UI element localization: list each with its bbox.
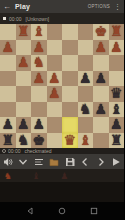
square-b5[interactable]	[93, 86, 109, 102]
black-queen: ♛	[110, 86, 123, 102]
square-e5[interactable]: ♟	[47, 86, 63, 102]
square-b6[interactable]: ♟	[93, 102, 109, 118]
square-e3[interactable]	[47, 55, 63, 71]
captured-pieces-tray: ♞♝♟	[0, 169, 124, 182]
nav-recents-icon[interactable]	[89, 206, 99, 216]
black-pawn: ♟	[1, 117, 14, 133]
black-bishop: ♝	[110, 102, 123, 118]
white-rook: ♜	[110, 24, 123, 40]
square-c2[interactable]	[78, 40, 94, 56]
app-bar: ← Play OPTIONS ⋮	[0, 0, 124, 13]
forward-arrow-move-icon[interactable]	[95, 156, 107, 168]
square-d8[interactable]: ♛	[62, 133, 78, 149]
square-e7[interactable]	[47, 117, 63, 133]
square-g2[interactable]	[16, 40, 32, 56]
square-a1[interactable]: ♜	[109, 24, 125, 40]
white-pawn: ♟	[48, 86, 61, 102]
options-button[interactable]: OPTIONS	[88, 4, 110, 9]
save-icon[interactable]	[64, 156, 76, 168]
square-f6[interactable]	[31, 102, 47, 118]
black-rook: ♜	[110, 133, 123, 149]
square-g3[interactable]: ♟	[16, 55, 32, 71]
back-arrow-move-icon[interactable]	[79, 156, 91, 168]
square-c5[interactable]	[78, 86, 94, 102]
captured-white-knight: ♞	[4, 171, 12, 182]
background-area	[0, 182, 124, 202]
black-king: ♚	[32, 133, 45, 149]
square-b7[interactable]	[93, 117, 109, 133]
black-player-indicator	[2, 149, 6, 153]
white-bishop: ♝	[32, 24, 45, 40]
white-pawn: ♟	[32, 71, 45, 87]
white-player-indicator	[3, 17, 6, 20]
captured-black-pawn: ♟	[60, 171, 68, 182]
black-pawn: ♟	[17, 117, 30, 133]
open-folder-icon[interactable]	[48, 156, 60, 168]
white-queen: ♛	[63, 133, 76, 149]
square-c8[interactable]: ♝	[78, 133, 94, 149]
square-h8[interactable]: ♜	[0, 133, 16, 149]
nav-back-icon[interactable]	[25, 206, 35, 216]
square-a3[interactable]	[109, 55, 125, 71]
square-h2[interactable]: ♟	[0, 40, 16, 56]
square-f4[interactable]: ♟	[31, 71, 47, 87]
white-pawn: ♟	[94, 40, 107, 56]
square-g8[interactable]: ♞	[16, 133, 32, 149]
square-b1[interactable]: ♚	[93, 24, 109, 40]
square-h6[interactable]	[0, 102, 16, 118]
square-h5[interactable]	[0, 86, 16, 102]
square-g7[interactable]: ♟	[16, 117, 32, 133]
square-b8[interactable]	[93, 133, 109, 149]
square-g5[interactable]	[16, 86, 32, 102]
android-nav-bar	[0, 202, 124, 220]
page-title: Play	[15, 3, 30, 10]
captured-black-bishop: ♝	[32, 171, 40, 182]
square-c6[interactable]: ♞	[78, 102, 94, 118]
square-f1[interactable]: ♝	[31, 24, 47, 40]
square-f8[interactable]: ♚	[31, 133, 47, 149]
square-a8[interactable]: ♜	[109, 133, 125, 149]
play-icon[interactable]	[110, 156, 122, 168]
square-g4[interactable]	[16, 71, 32, 87]
square-d1[interactable]	[62, 24, 78, 40]
square-d6[interactable]	[62, 102, 78, 118]
white-king: ♚	[94, 24, 107, 40]
black-knight: ♞	[79, 102, 92, 118]
square-h4[interactable]	[0, 71, 16, 87]
speaker-icon[interactable]	[2, 156, 14, 168]
square-h3[interactable]	[0, 55, 16, 71]
square-b3[interactable]	[93, 55, 109, 71]
square-e4[interactable]: ♟	[47, 71, 63, 87]
square-e8[interactable]	[47, 133, 63, 149]
square-a7[interactable]: ♟	[109, 117, 125, 133]
white-pawn: ♟	[17, 55, 30, 71]
square-f7[interactable]: ♟	[31, 117, 47, 133]
square-e1[interactable]	[47, 24, 63, 40]
square-d5[interactable]	[62, 86, 78, 102]
white-rook: ♜	[17, 24, 30, 40]
white-pawn: ♟	[1, 40, 14, 56]
square-b4[interactable]: ♟	[93, 71, 109, 87]
square-g6[interactable]	[16, 102, 32, 118]
square-f2[interactable]: ♟	[31, 40, 47, 56]
square-c4[interactable]: ♟	[78, 71, 94, 87]
black-pawn: ♟	[94, 71, 107, 87]
black-pawn: ♟	[110, 117, 123, 133]
top-player-name: [Unknown]	[26, 16, 50, 22]
back-arrow-icon[interactable]: ←	[3, 0, 11, 13]
chevron-down-icon[interactable]	[17, 156, 29, 168]
black-pawn: ♟	[32, 117, 45, 133]
move-list-icon[interactable]	[33, 156, 45, 168]
square-b2[interactable]: ♟	[93, 40, 109, 56]
square-a4[interactable]	[109, 71, 125, 87]
square-c7[interactable]	[78, 117, 94, 133]
square-a5[interactable]: ♛	[109, 86, 125, 102]
square-c1[interactable]	[78, 24, 94, 40]
square-g1[interactable]: ♜	[16, 24, 32, 40]
square-h7[interactable]: ♟	[0, 117, 16, 133]
top-player-clock: 00:00	[9, 16, 22, 22]
game-toolbar	[0, 154, 124, 169]
square-e6[interactable]	[47, 102, 63, 118]
square-d3[interactable]	[62, 55, 78, 71]
white-pawn: ♟	[110, 40, 123, 56]
square-f5[interactable]	[31, 86, 47, 102]
black-pawn: ♟	[94, 102, 107, 118]
white-knight: ♞	[32, 55, 45, 71]
white-pawn: ♟	[32, 40, 45, 56]
black-rook: ♜	[1, 133, 14, 149]
square-f3[interactable]: ♞	[31, 55, 47, 71]
white-bishop: ♝	[79, 133, 92, 149]
white-pawn: ♟	[48, 71, 61, 87]
nav-home-icon[interactable]	[57, 206, 67, 216]
overflow-menu-icon[interactable]: ⋮	[114, 0, 121, 13]
square-d7[interactable]	[62, 117, 78, 133]
black-pawn: ♟	[79, 71, 92, 87]
chess-board: ♜♝♚♜♟♟♟♟♟♞♟♟♟♟♟♛♞♟♝♟♟♟♟♜♞♚♛♝♜	[0, 24, 124, 148]
square-c3[interactable]	[78, 55, 94, 71]
square-h1[interactable]	[0, 24, 16, 40]
black-knight: ♞	[17, 133, 30, 149]
square-a2[interactable]: ♟	[109, 40, 125, 56]
chess-app-screen: ← Play OPTIONS ⋮ 00:00 [Unknown] ♜♝♚♜♟♟♟…	[0, 0, 124, 220]
square-e2[interactable]	[47, 40, 63, 56]
square-d2[interactable]	[62, 40, 78, 56]
square-d4[interactable]	[62, 71, 78, 87]
square-a6[interactable]: ♝	[109, 102, 125, 118]
